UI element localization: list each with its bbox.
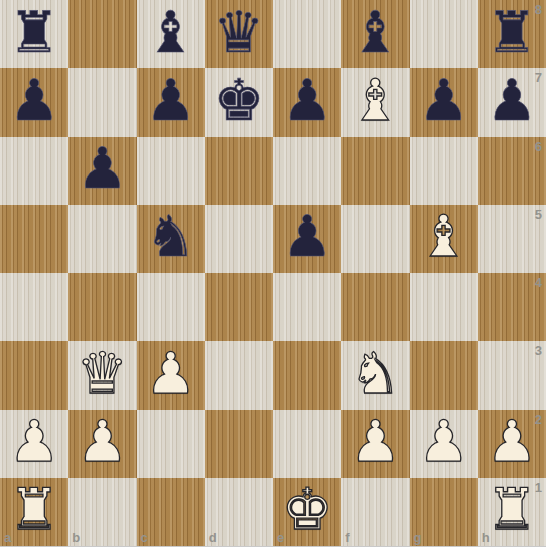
square-a5[interactable]	[0, 205, 68, 273]
square-h6[interactable]: 6	[478, 137, 546, 205]
square-e4[interactable]	[273, 273, 341, 341]
square-e8[interactable]	[273, 0, 341, 68]
rank-label-8: 8	[535, 2, 542, 17]
square-a6[interactable]	[0, 137, 68, 205]
square-g6[interactable]	[410, 137, 478, 205]
square-c1[interactable]: c	[137, 478, 205, 546]
file-label-h: h	[482, 530, 490, 545]
file-label-d: d	[209, 530, 217, 545]
square-d2[interactable]	[205, 410, 273, 478]
rank-label-1: 1	[535, 480, 542, 495]
square-c3[interactable]: ♟	[137, 341, 205, 409]
piece-black-pawn[interactable]: ♟	[282, 72, 333, 129]
square-f2[interactable]: ♟	[341, 410, 409, 478]
square-c4[interactable]	[137, 273, 205, 341]
square-c6[interactable]	[137, 137, 205, 205]
square-b7[interactable]	[68, 68, 136, 136]
square-b5[interactable]	[68, 205, 136, 273]
square-f6[interactable]	[341, 137, 409, 205]
piece-white-rook[interactable]: ♜	[9, 481, 60, 538]
square-h3[interactable]: 3	[478, 341, 546, 409]
square-c7[interactable]: ♟	[137, 68, 205, 136]
square-e6[interactable]	[273, 137, 341, 205]
piece-black-pawn[interactable]: ♟	[282, 208, 333, 265]
square-h8[interactable]: ♜8	[478, 0, 546, 68]
piece-white-knight[interactable]: ♞	[350, 345, 401, 402]
square-a1[interactable]: ♜a	[0, 478, 68, 546]
square-d1[interactable]: d	[205, 478, 273, 546]
square-f1[interactable]: f	[341, 478, 409, 546]
square-b8[interactable]	[68, 0, 136, 68]
rank-label-2: 2	[535, 412, 542, 427]
piece-black-rook[interactable]: ♜	[9, 4, 60, 61]
square-g5[interactable]: ♝	[410, 205, 478, 273]
piece-white-pawn[interactable]: ♟	[486, 413, 537, 470]
file-label-g: g	[414, 530, 422, 545]
file-label-c: c	[141, 530, 148, 545]
square-a4[interactable]	[0, 273, 68, 341]
square-g3[interactable]	[410, 341, 478, 409]
square-e2[interactable]	[273, 410, 341, 478]
square-h4[interactable]: 4	[478, 273, 546, 341]
piece-black-pawn[interactable]: ♟	[418, 72, 469, 129]
square-b2[interactable]: ♟	[68, 410, 136, 478]
square-d8[interactable]: ♛	[205, 0, 273, 68]
chess-board: ♜♝♛♝♜8♟♟♚♟♝♟♟7♟6♞♟♝54♛♟♞3♟♟♟♟♟2♜abcd♚efg…	[0, 0, 546, 546]
piece-white-pawn[interactable]: ♟	[9, 413, 60, 470]
square-a2[interactable]: ♟	[0, 410, 68, 478]
file-label-f: f	[345, 530, 349, 545]
piece-white-pawn[interactable]: ♟	[145, 345, 196, 402]
square-e5[interactable]: ♟	[273, 205, 341, 273]
square-b3[interactable]: ♛	[68, 341, 136, 409]
square-c2[interactable]	[137, 410, 205, 478]
piece-white-king[interactable]: ♚	[282, 481, 333, 538]
piece-black-pawn[interactable]: ♟	[486, 72, 537, 129]
rank-label-3: 3	[535, 343, 542, 358]
square-d4[interactable]	[205, 273, 273, 341]
square-e1[interactable]: ♚e	[273, 478, 341, 546]
piece-white-queen[interactable]: ♛	[77, 345, 128, 402]
square-f3[interactable]: ♞	[341, 341, 409, 409]
piece-black-bishop[interactable]: ♝	[145, 4, 196, 61]
file-label-e: e	[277, 530, 284, 545]
piece-white-pawn[interactable]: ♟	[350, 413, 401, 470]
square-h5[interactable]: 5	[478, 205, 546, 273]
square-c5[interactable]: ♞	[137, 205, 205, 273]
rank-label-5: 5	[535, 207, 542, 222]
square-c8[interactable]: ♝	[137, 0, 205, 68]
square-f5[interactable]	[341, 205, 409, 273]
rank-label-7: 7	[535, 70, 542, 85]
square-d6[interactable]	[205, 137, 273, 205]
square-f4[interactable]	[341, 273, 409, 341]
piece-white-bishop[interactable]: ♝	[350, 72, 401, 129]
square-b1[interactable]: b	[68, 478, 136, 546]
square-g2[interactable]: ♟	[410, 410, 478, 478]
square-g4[interactable]	[410, 273, 478, 341]
rank-label-4: 4	[535, 275, 542, 290]
square-g8[interactable]	[410, 0, 478, 68]
piece-white-rook[interactable]: ♜	[486, 481, 537, 538]
file-label-b: b	[72, 530, 80, 545]
square-b4[interactable]	[68, 273, 136, 341]
square-d7[interactable]: ♚	[205, 68, 273, 136]
square-g7[interactable]: ♟	[410, 68, 478, 136]
square-a7[interactable]: ♟	[0, 68, 68, 136]
square-g1[interactable]: g	[410, 478, 478, 546]
square-b6[interactable]: ♟	[68, 137, 136, 205]
square-h2[interactable]: ♟2	[478, 410, 546, 478]
chess-board-container: ♜♝♛♝♜8♟♟♚♟♝♟♟7♟6♞♟♝54♛♟♞3♟♟♟♟♟2♜abcd♚efg…	[0, 0, 546, 547]
piece-black-pawn[interactable]: ♟	[9, 72, 60, 129]
piece-black-bishop[interactable]: ♝	[350, 4, 401, 61]
piece-black-pawn[interactable]: ♟	[77, 140, 128, 197]
piece-black-queen[interactable]: ♛	[213, 4, 264, 61]
piece-black-pawn[interactable]: ♟	[145, 72, 196, 129]
piece-black-rook[interactable]: ♜	[486, 4, 537, 61]
piece-black-king[interactable]: ♚	[213, 72, 264, 129]
square-e7[interactable]: ♟	[273, 68, 341, 136]
square-f7[interactable]: ♝	[341, 68, 409, 136]
square-f8[interactable]: ♝	[341, 0, 409, 68]
rank-label-6: 6	[535, 139, 542, 154]
file-label-a: a	[4, 530, 11, 545]
square-e3[interactable]	[273, 341, 341, 409]
square-d3[interactable]	[205, 341, 273, 409]
piece-black-knight[interactable]: ♞	[145, 208, 196, 265]
square-h7[interactable]: ♟7	[478, 68, 546, 136]
piece-white-bishop[interactable]: ♝	[418, 208, 469, 265]
square-a8[interactable]: ♜	[0, 0, 68, 68]
piece-white-pawn[interactable]: ♟	[77, 413, 128, 470]
square-h1[interactable]: ♜1h	[478, 478, 546, 546]
square-d5[interactable]	[205, 205, 273, 273]
piece-white-pawn[interactable]: ♟	[418, 413, 469, 470]
square-a3[interactable]	[0, 341, 68, 409]
